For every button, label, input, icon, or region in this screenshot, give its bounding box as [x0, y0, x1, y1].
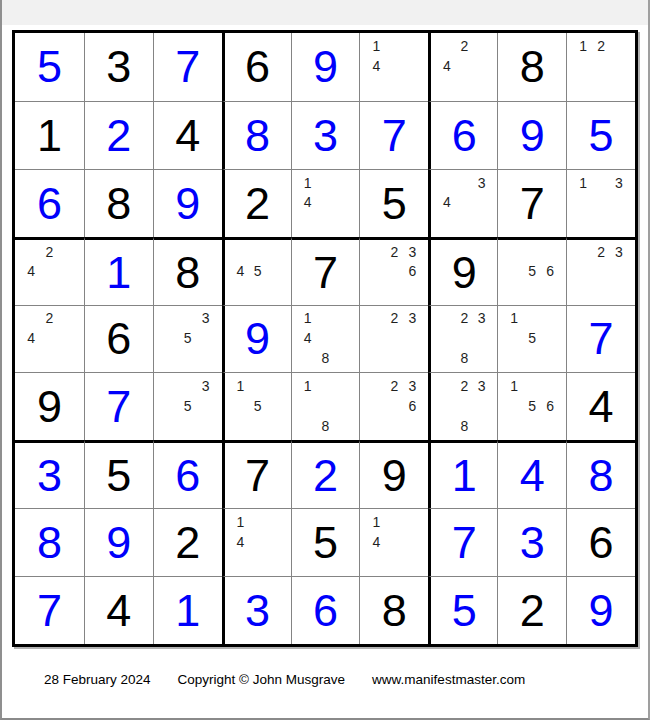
cell-r8c1[interactable]: 8 — [15, 508, 84, 576]
candidate-empty-slot — [592, 76, 610, 96]
cell-r9c2[interactable]: 4 — [84, 576, 153, 644]
candidate-empty-slot — [299, 396, 317, 416]
candidates: 238 — [431, 373, 497, 440]
candidates: 236 — [360, 240, 428, 305]
candidate-empty-slot — [179, 309, 197, 329]
cell-r4c2[interactable]: 1 — [84, 237, 153, 305]
given-digit: 8 — [382, 588, 407, 633]
candidate-empty-slot — [385, 532, 403, 552]
candidate-mark: 8 — [317, 348, 335, 368]
candidate-mark: 1 — [299, 376, 317, 396]
candidate-empty-slot — [403, 281, 421, 300]
candidate-empty-slot — [232, 396, 249, 416]
solved-digit: 8 — [589, 453, 614, 498]
cell-r3c7[interactable]: 34 — [428, 169, 497, 237]
candidate-mark: 3 — [473, 173, 490, 193]
candidate-empty-slot — [22, 281, 40, 300]
candidate-empty-slot — [59, 262, 77, 281]
candidate-empty-slot — [403, 328, 421, 348]
candidate-empty-slot — [385, 36, 403, 56]
candidate-empty-slot — [385, 328, 403, 348]
candidate-mark: 6 — [403, 396, 421, 416]
candidate-empty-slot — [266, 551, 283, 571]
candidate-empty-slot — [523, 376, 541, 396]
candidate-empty-slot — [232, 281, 249, 300]
cell-r7c8[interactable]: 4 — [497, 440, 566, 508]
solved-digit: 9 — [175, 181, 200, 226]
candidate-empty-slot — [610, 212, 628, 232]
candidate-empty-slot — [317, 212, 335, 232]
cell-r5c9[interactable]: 7 — [566, 305, 635, 373]
cell-r2c7[interactable]: 6 — [428, 101, 497, 169]
candidate-empty-slot — [403, 76, 421, 96]
candidate-empty-slot — [523, 281, 541, 300]
candidate-empty-slot — [574, 76, 592, 96]
solved-digit: 1 — [175, 588, 200, 633]
candidates: 24 — [15, 306, 84, 373]
candidate-empty-slot — [334, 376, 352, 396]
cell-r1c1[interactable]: 5 — [15, 33, 84, 101]
candidate-mark: 4 — [232, 532, 249, 552]
given-digit: 5 — [382, 181, 407, 226]
candidate-empty-slot — [541, 416, 559, 436]
given-digit: 5 — [106, 453, 131, 498]
candidate-empty-slot — [179, 416, 197, 436]
cell-r8c3[interactable]: 2 — [153, 508, 222, 576]
candidate-empty-slot — [266, 262, 283, 281]
candidate-empty-slot — [456, 173, 473, 193]
candidate-empty-slot — [592, 262, 610, 281]
candidate-empty-slot — [59, 348, 77, 368]
cell-r5c7[interactable]: 238 — [428, 305, 497, 373]
cell-r3c2[interactable]: 8 — [84, 169, 153, 237]
cell-r9c5[interactable]: 6 — [291, 576, 360, 644]
candidate-mark: 3 — [403, 376, 421, 396]
candidate-empty-slot — [523, 416, 541, 436]
candidates: 148 — [292, 306, 360, 373]
candidate-empty-slot — [385, 348, 403, 368]
cell-r9c6[interactable]: 8 — [359, 576, 428, 644]
cell-r9c4[interactable]: 3 — [222, 576, 291, 644]
cell-r2c4[interactable]: 8 — [222, 101, 291, 169]
solved-digit: 7 — [589, 316, 614, 361]
candidate-mark: 2 — [385, 376, 403, 396]
candidate-mark: 5 — [179, 396, 197, 416]
footer-website: www.manifestmaster.com — [372, 672, 525, 687]
candidate-empty-slot — [523, 243, 541, 262]
solved-digit: 9 — [589, 588, 614, 633]
cell-r9c1[interactable]: 7 — [15, 576, 84, 644]
candidate-empty-slot — [40, 328, 58, 348]
cell-r6c2[interactable]: 7 — [84, 372, 153, 440]
candidate-empty-slot — [403, 551, 421, 571]
cell-r8c5[interactable]: 5 — [291, 508, 360, 576]
cell-r6c9[interactable]: 4 — [566, 372, 635, 440]
candidate-empty-slot — [456, 396, 473, 416]
solved-digit: 7 — [37, 588, 62, 633]
candidate-empty-slot — [334, 348, 352, 368]
candidates: 15 — [498, 306, 566, 373]
cell-r3c6[interactable]: 5 — [359, 169, 428, 237]
cell-r3c3[interactable]: 9 — [153, 169, 222, 237]
candidate-empty-slot — [592, 56, 610, 76]
candidate-empty-slot — [266, 512, 283, 532]
cell-r2c1[interactable]: 1 — [15, 101, 84, 169]
cell-r8c6[interactable]: 14 — [359, 508, 428, 576]
candidate-mark: 3 — [197, 309, 215, 329]
candidate-empty-slot — [249, 532, 266, 552]
cell-r4c8[interactable]: 56 — [497, 237, 566, 305]
cell-r3c5[interactable]: 14 — [291, 169, 360, 237]
candidate-mark: 2 — [385, 309, 403, 329]
cell-r6c4[interactable]: 15 — [222, 372, 291, 440]
candidate-mark: 5 — [249, 262, 266, 281]
cell-r7c9[interactable]: 8 — [566, 440, 635, 508]
candidate-empty-slot — [334, 173, 352, 193]
candidate-mark: 5 — [523, 262, 541, 281]
candidate-empty-slot — [299, 416, 317, 436]
candidate-empty-slot — [266, 396, 283, 416]
candidate-empty-slot — [438, 212, 455, 232]
cell-r3c8[interactable]: 7 — [497, 169, 566, 237]
solved-digit: 8 — [37, 520, 62, 565]
candidate-empty-slot — [523, 309, 541, 329]
candidates: 236 — [360, 373, 428, 440]
candidate-mark: 2 — [456, 309, 473, 329]
cell-r5c8[interactable]: 15 — [497, 305, 566, 373]
cell-r2c9[interactable]: 5 — [566, 101, 635, 169]
solved-digit: 3 — [37, 453, 62, 498]
cell-r4c9[interactable]: 23 — [566, 237, 635, 305]
candidate-empty-slot — [299, 348, 317, 368]
cell-r3c9[interactable]: 13 — [566, 169, 635, 237]
candidate-mark: 4 — [22, 328, 40, 348]
given-digit: 2 — [245, 181, 270, 226]
candidate-empty-slot — [161, 348, 179, 368]
cell-r4c1[interactable]: 24 — [15, 237, 84, 305]
sudoku-app-window: { "game": "sudoku", "position": { "grid"… — [0, 0, 650, 720]
candidates: 13 — [567, 170, 635, 237]
candidate-mark: 1 — [505, 376, 523, 396]
candidates: 14 — [292, 170, 360, 237]
candidate-empty-slot — [610, 76, 628, 96]
candidate-empty-slot — [22, 309, 40, 329]
candidate-mark: 3 — [610, 173, 628, 193]
cell-r6c5[interactable]: 18 — [291, 372, 360, 440]
solved-digit: 7 — [175, 44, 200, 89]
candidate-empty-slot — [266, 376, 283, 396]
cell-r2c2[interactable]: 2 — [84, 101, 153, 169]
candidate-empty-slot — [574, 56, 592, 76]
candidate-empty-slot — [592, 281, 610, 300]
cell-r9c3[interactable]: 1 — [153, 576, 222, 644]
candidate-empty-slot — [317, 396, 335, 416]
candidate-mark: 4 — [438, 192, 455, 212]
cell-r7c3[interactable]: 6 — [153, 440, 222, 508]
candidate-empty-slot — [334, 328, 352, 348]
candidate-empty-slot — [456, 56, 473, 76]
candidates: 56 — [498, 240, 566, 305]
candidate-empty-slot — [473, 396, 490, 416]
candidate-empty-slot — [179, 376, 197, 396]
solved-digit: 9 — [313, 44, 338, 89]
cell-r5c6[interactable]: 23 — [359, 305, 428, 373]
cell-r8c7[interactable]: 7 — [428, 508, 497, 576]
cell-r1c4[interactable]: 6 — [222, 33, 291, 101]
cell-r7c7[interactable]: 1 — [428, 440, 497, 508]
candidate-empty-slot — [505, 416, 523, 436]
cell-r5c4[interactable]: 9 — [222, 305, 291, 373]
candidates: 24 — [15, 240, 84, 305]
candidate-mark: 4 — [299, 328, 317, 348]
candidate-mark: 2 — [456, 36, 473, 56]
solved-digit: 5 — [37, 44, 62, 89]
candidate-mark: 1 — [232, 512, 249, 532]
candidate-empty-slot — [367, 281, 385, 300]
candidate-mark: 6 — [541, 262, 559, 281]
cell-r8c9[interactable]: 6 — [566, 508, 635, 576]
candidates: 14 — [225, 509, 291, 576]
solved-digit: 6 — [37, 181, 62, 226]
candidate-empty-slot — [438, 309, 455, 329]
cell-r1c7[interactable]: 24 — [428, 33, 497, 101]
cell-r4c4[interactable]: 45 — [222, 237, 291, 305]
candidate-empty-slot — [473, 416, 490, 436]
cell-r1c3[interactable]: 7 — [153, 33, 222, 101]
candidate-empty-slot — [40, 262, 58, 281]
cell-r1c2[interactable]: 3 — [84, 33, 153, 101]
candidate-empty-slot — [59, 328, 77, 348]
candidate-empty-slot — [438, 376, 455, 396]
candidate-empty-slot — [367, 262, 385, 281]
cell-r1c8[interactable]: 8 — [497, 33, 566, 101]
candidate-empty-slot — [541, 328, 559, 348]
cell-r7c1[interactable]: 3 — [15, 440, 84, 508]
cell-r8c4[interactable]: 14 — [222, 508, 291, 576]
candidate-empty-slot — [610, 262, 628, 281]
cell-r4c5[interactable]: 7 — [291, 237, 360, 305]
cell-r4c3[interactable]: 8 — [153, 237, 222, 305]
candidate-empty-slot — [317, 328, 335, 348]
candidate-empty-slot — [161, 309, 179, 329]
candidate-mark: 3 — [473, 309, 490, 329]
solved-digit: 5 — [589, 113, 614, 158]
cell-r5c1[interactable]: 24 — [15, 305, 84, 373]
given-digit: 8 — [106, 181, 131, 226]
candidates: 15 — [225, 373, 291, 440]
candidate-empty-slot — [473, 36, 490, 56]
cell-r9c8[interactable]: 2 — [497, 576, 566, 644]
cell-r8c8[interactable]: 3 — [497, 508, 566, 576]
candidate-empty-slot — [473, 348, 490, 368]
cell-r6c1[interactable]: 9 — [15, 372, 84, 440]
candidate-empty-slot — [523, 348, 541, 368]
candidate-empty-slot — [179, 348, 197, 368]
candidate-empty-slot — [473, 328, 490, 348]
candidate-empty-slot — [232, 551, 249, 571]
candidate-mark: 2 — [456, 376, 473, 396]
cell-r6c3[interactable]: 35 — [153, 372, 222, 440]
cell-r3c1[interactable]: 6 — [15, 169, 84, 237]
cell-r6c7[interactable]: 238 — [428, 372, 497, 440]
candidate-empty-slot — [40, 348, 58, 368]
candidate-empty-slot — [197, 328, 215, 348]
candidate-empty-slot — [334, 309, 352, 329]
candidate-empty-slot — [317, 376, 335, 396]
candidate-mark: 8 — [317, 416, 335, 436]
candidates: 23 — [360, 306, 428, 373]
solved-digit: 6 — [452, 113, 477, 158]
candidate-empty-slot — [367, 243, 385, 262]
solved-digit: 7 — [452, 520, 477, 565]
cell-r7c6[interactable]: 9 — [359, 440, 428, 508]
sudoku-grid: 5376914248121248376956892145347132418457… — [15, 33, 635, 644]
cell-r4c7[interactable]: 9 — [428, 237, 497, 305]
candidate-empty-slot — [161, 376, 179, 396]
given-digit: 9 — [37, 384, 62, 429]
candidate-empty-slot — [403, 56, 421, 76]
cell-r6c6[interactable]: 236 — [359, 372, 428, 440]
given-digit: 3 — [106, 44, 131, 89]
given-digit: 7 — [245, 453, 270, 498]
candidate-mark: 4 — [299, 192, 317, 212]
candidate-empty-slot — [266, 281, 283, 300]
candidates: 156 — [498, 373, 566, 440]
cell-r5c3[interactable]: 35 — [153, 305, 222, 373]
candidates: 14 — [360, 33, 428, 101]
candidate-empty-slot — [438, 396, 455, 416]
candidate-empty-slot — [574, 281, 592, 300]
given-digit: 7 — [520, 181, 545, 226]
cell-r2c6[interactable]: 7 — [359, 101, 428, 169]
solved-digit: 6 — [175, 453, 200, 498]
cell-r7c5[interactable]: 2 — [291, 440, 360, 508]
candidate-mark: 1 — [574, 36, 592, 56]
candidate-empty-slot — [610, 36, 628, 56]
candidate-empty-slot — [367, 551, 385, 571]
candidate-empty-slot — [385, 512, 403, 532]
solved-digit: 1 — [452, 453, 477, 498]
candidate-mark: 3 — [197, 376, 215, 396]
candidate-empty-slot — [161, 416, 179, 436]
cell-r5c5[interactable]: 148 — [291, 305, 360, 373]
candidate-mark: 1 — [299, 173, 317, 193]
candidate-mark: 8 — [456, 348, 473, 368]
cell-r2c5[interactable]: 3 — [291, 101, 360, 169]
solved-digit: 2 — [106, 113, 131, 158]
candidate-empty-slot — [505, 243, 523, 262]
candidate-empty-slot — [473, 212, 490, 232]
solved-digit: 8 — [245, 113, 270, 158]
candidate-empty-slot — [505, 281, 523, 300]
candidate-empty-slot — [385, 262, 403, 281]
candidate-empty-slot — [505, 348, 523, 368]
candidate-empty-slot — [473, 76, 490, 96]
candidate-empty-slot — [232, 243, 249, 262]
cell-r2c8[interactable]: 9 — [497, 101, 566, 169]
cell-r6c8[interactable]: 156 — [497, 372, 566, 440]
candidate-empty-slot — [367, 396, 385, 416]
candidate-empty-slot — [249, 376, 266, 396]
candidate-empty-slot — [592, 173, 610, 193]
given-digit: 4 — [589, 384, 614, 429]
cell-r1c5[interactable]: 9 — [291, 33, 360, 101]
given-digit: 8 — [520, 44, 545, 89]
solved-digit: 1 — [106, 250, 131, 295]
cell-r2c3[interactable]: 4 — [153, 101, 222, 169]
candidate-empty-slot — [541, 281, 559, 300]
cell-r3c4[interactable]: 2 — [222, 169, 291, 237]
given-digit: 9 — [452, 250, 477, 295]
candidate-empty-slot — [249, 243, 266, 262]
candidate-empty-slot — [403, 348, 421, 368]
cell-r7c2[interactable]: 5 — [84, 440, 153, 508]
candidate-mark: 4 — [232, 262, 249, 281]
candidate-empty-slot — [317, 173, 335, 193]
candidate-mark: 6 — [403, 262, 421, 281]
cell-r5c2[interactable]: 6 — [84, 305, 153, 373]
candidate-mark: 4 — [367, 532, 385, 552]
candidate-empty-slot — [438, 76, 455, 96]
candidate-mark: 3 — [403, 243, 421, 262]
solved-digit: 3 — [520, 520, 545, 565]
candidate-mark: 4 — [367, 56, 385, 76]
candidate-empty-slot — [541, 376, 559, 396]
candidate-empty-slot — [22, 243, 40, 262]
solved-digit: 9 — [106, 520, 131, 565]
solved-digit: 5 — [452, 588, 477, 633]
candidate-empty-slot — [438, 348, 455, 368]
candidates: 35 — [154, 306, 222, 373]
candidates: 45 — [225, 240, 291, 305]
candidate-empty-slot — [385, 396, 403, 416]
candidate-empty-slot — [59, 281, 77, 300]
candidate-mark: 5 — [179, 328, 197, 348]
candidates: 35 — [154, 373, 222, 440]
given-digit: 1 — [37, 113, 62, 158]
given-digit: 2 — [175, 520, 200, 565]
candidate-mark: 8 — [456, 416, 473, 436]
candidate-empty-slot — [592, 192, 610, 212]
given-digit: 6 — [589, 520, 614, 565]
footer: 28 February 2024 Copyright © John Musgra… — [44, 672, 525, 687]
candidate-empty-slot — [385, 551, 403, 571]
cell-r4c6[interactable]: 236 — [359, 237, 428, 305]
candidate-mark: 1 — [367, 36, 385, 56]
cell-r7c4[interactable]: 7 — [222, 440, 291, 508]
candidate-empty-slot — [266, 243, 283, 262]
candidate-empty-slot — [334, 212, 352, 232]
candidate-mark: 2 — [592, 243, 610, 262]
footer-date: 28 February 2024 — [44, 672, 151, 687]
candidate-empty-slot — [367, 416, 385, 436]
solved-digit: 7 — [382, 113, 407, 158]
candidate-empty-slot — [505, 262, 523, 281]
candidate-empty-slot — [334, 416, 352, 436]
given-digit: 2 — [520, 588, 545, 633]
solved-digit: 6 — [313, 588, 338, 633]
cell-r1c6[interactable]: 14 — [359, 33, 428, 101]
candidates: 12 — [567, 33, 635, 101]
cell-r8c2[interactable]: 9 — [84, 508, 153, 576]
candidate-empty-slot — [574, 262, 592, 281]
cell-r9c9[interactable]: 9 — [566, 576, 635, 644]
candidate-empty-slot — [232, 416, 249, 436]
cell-r1c9[interactable]: 12 — [566, 33, 635, 101]
candidate-empty-slot — [249, 512, 266, 532]
candidate-empty-slot — [367, 376, 385, 396]
cell-r9c7[interactable]: 5 — [428, 576, 497, 644]
